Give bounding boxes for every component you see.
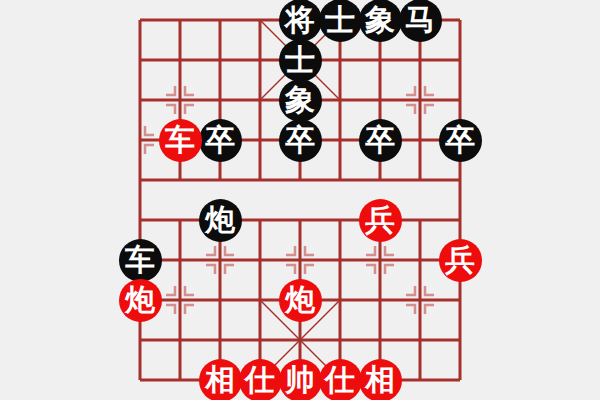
piece-red-elephant[interactable]: 相 — [199, 359, 242, 400]
piece-red-soldier[interactable]: 兵 — [439, 239, 482, 282]
piece-black-soldier[interactable]: 卒 — [439, 119, 482, 162]
pieces-layer: 将士象马士象卒卒卒卒炮车车兵兵炮炮相仕帅仕相 — [0, 0, 600, 400]
piece-black-cannon[interactable]: 炮 — [199, 199, 242, 242]
piece-black-advisor[interactable]: 士 — [279, 39, 322, 82]
piece-black-soldier[interactable]: 卒 — [279, 119, 322, 162]
piece-black-elephant[interactable]: 象 — [359, 0, 402, 42]
piece-red-advisor[interactable]: 仕 — [239, 359, 282, 400]
piece-black-elephant[interactable]: 象 — [279, 79, 322, 122]
piece-black-chariot[interactable]: 车 — [119, 239, 162, 282]
piece-red-elephant[interactable]: 相 — [359, 359, 402, 400]
piece-red-soldier[interactable]: 兵 — [359, 199, 402, 242]
piece-black-advisor[interactable]: 士 — [319, 0, 362, 42]
piece-black-general[interactable]: 将 — [279, 0, 322, 42]
piece-black-soldier[interactable]: 卒 — [199, 119, 242, 162]
piece-red-general[interactable]: 帅 — [279, 359, 322, 400]
xiangqi-game-screenshot: 将士象马士象卒卒卒卒炮车车兵兵炮炮相仕帅仕相 — [0, 0, 600, 400]
piece-black-horse[interactable]: 马 — [399, 0, 442, 42]
piece-black-soldier[interactable]: 卒 — [359, 119, 402, 162]
piece-red-chariot[interactable]: 车 — [159, 119, 202, 162]
piece-red-advisor[interactable]: 仕 — [319, 359, 362, 400]
piece-red-cannon[interactable]: 炮 — [279, 279, 322, 322]
piece-red-cannon[interactable]: 炮 — [119, 279, 162, 322]
